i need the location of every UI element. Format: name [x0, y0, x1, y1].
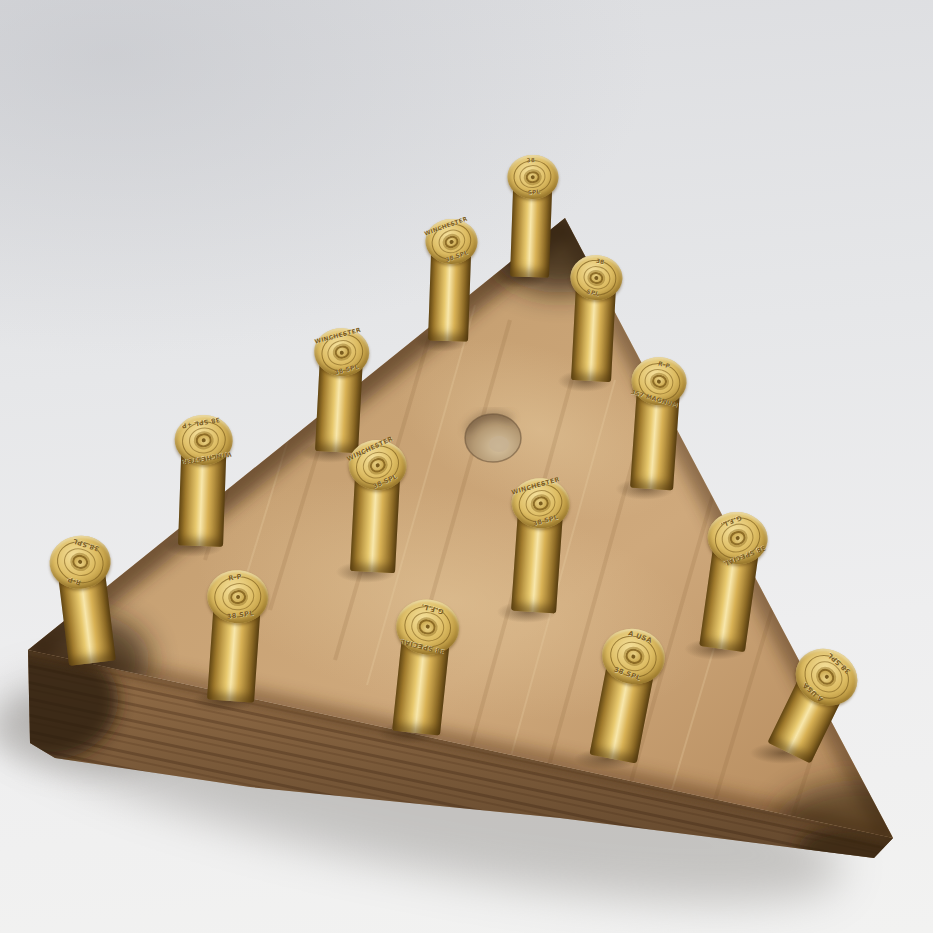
casing-head: R-P357 MAGNUM — [629, 355, 688, 407]
casing-head: WINCHESTER38 SPL — [312, 327, 370, 378]
peg-casing-r4c2[interactable]: WINCHESTER38 SPL — [350, 439, 401, 573]
peg-casing-r3c3[interactable]: R-P357 MAGNUM — [630, 356, 682, 491]
peg-casing-r4c1[interactable]: WINCHESTER38 SPL +P — [178, 414, 227, 546]
casing-head: WINCHESTER38 SPL — [425, 218, 479, 265]
casing-head: 38 SPECIALG.F.L. — [393, 596, 461, 657]
casing-head: 38SPL — [569, 254, 623, 302]
peg-casing-r3c1[interactable]: WINCHESTER38 SPL — [315, 327, 364, 453]
peg-casing-r2c2[interactable]: 38SPL — [571, 254, 618, 382]
headstamp-line2: SPL — [509, 187, 560, 198]
casing-head: WINCHESTER38 SPL — [510, 476, 572, 530]
empty-hole[interactable] — [465, 414, 521, 462]
peg-board — [0, 0, 933, 933]
casing-head: WINCHESTER38 SPL +P — [174, 414, 234, 466]
peg-casing-r2c1[interactable]: WINCHESTER38 SPL — [428, 218, 472, 341]
casing-head: 38SPL — [507, 154, 559, 199]
peg-casing-r4c3[interactable]: WINCHESTER38 SPL — [511, 477, 565, 614]
casing-head: R-P38 SPL — [205, 568, 270, 625]
photo-backdrop: 38SPLWINCHESTER38 SPL38SPLWINCHESTER38 S… — [0, 0, 933, 933]
peg-casing-r1c1[interactable]: 38SPL — [510, 154, 553, 277]
peg-casing-r5c2[interactable]: R-P38 SPL — [207, 569, 263, 703]
